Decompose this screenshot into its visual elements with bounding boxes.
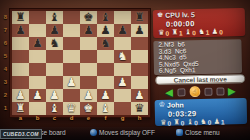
moves-display-button[interactable]: Moves display OFF <box>90 129 155 136</box>
square-f4[interactable] <box>97 63 114 76</box>
square-g1[interactable] <box>114 102 131 115</box>
black-king: ♚ <box>80 10 97 24</box>
rank-label-7: 7 <box>2 24 9 37</box>
square-a1[interactable]: ♜ <box>12 102 29 115</box>
white-pawn: ♟ <box>46 88 63 102</box>
captured-queen-icon: ♛ <box>158 29 164 38</box>
white-pawn: ♟ <box>114 75 131 89</box>
file-label-c: c <box>46 115 63 121</box>
black-pawn: ♟ <box>80 23 97 37</box>
white-pawn: ♟ <box>12 88 29 102</box>
right-column: ♚ CPU lv. 5 0:00:00 ♛0♜1♝0♞1♟0 2.Nf3 b63… <box>149 0 250 140</box>
captured-knight-count: 0 <box>208 118 212 127</box>
close-menu-label: Close menu <box>185 129 220 136</box>
square-g2[interactable] <box>114 89 131 102</box>
black-rook: ♜ <box>131 10 148 24</box>
prev-move-button[interactable]: ◀ <box>165 86 173 98</box>
black-pawn: ♟ <box>114 23 131 37</box>
square-e4[interactable] <box>80 63 97 76</box>
square-h4[interactable] <box>131 63 148 76</box>
square-d7[interactable] <box>63 24 80 37</box>
square-e6[interactable] <box>80 37 97 50</box>
square-g3[interactable]: ♟ <box>114 76 131 89</box>
square-b1[interactable] <box>29 102 46 115</box>
black-rook: ♜ <box>12 10 29 24</box>
moves-display-icon <box>90 129 97 136</box>
square-f1[interactable]: ♝ <box>97 102 114 115</box>
file-label-e: e <box>80 115 97 121</box>
black-crown-icon: ♚ <box>157 11 163 20</box>
cancel-last-move-button[interactable]: Cancel last move <box>155 74 245 85</box>
hand-tool-button[interactable]: ☝ <box>189 86 200 97</box>
white-rook: ♜ <box>12 101 29 115</box>
square-d6[interactable] <box>63 37 80 50</box>
white-queen: ♛ <box>63 101 80 115</box>
cpu-player-panel: ♚ CPU lv. 5 0:00:00 ♛0♜1♝0♞1♟0 <box>153 8 246 38</box>
rank-label-1: 1 <box>2 102 9 115</box>
captured-rook-icon: ♜ <box>172 28 178 37</box>
rank-label-6: 6 <box>2 37 9 50</box>
black-knight: ♞ <box>97 36 114 50</box>
rank-label-4: 4 <box>2 63 9 76</box>
chess-game-screen: 87654321 ♜♝♚♝♜♟♟♟♟♟♟♟♞♞♞♟♟♟♟♟♟♟♟♜♝♛♚♝♛ a… <box>0 0 250 140</box>
black-knight: ♞ <box>46 36 63 50</box>
file-label-b: b <box>29 115 46 121</box>
square-d5[interactable] <box>63 50 80 63</box>
moves-display-label: Moves display OFF <box>99 129 155 136</box>
square-b6[interactable]: ♟ <box>29 37 46 50</box>
white-pawn: ♟ <box>29 88 46 102</box>
white-knight: ♞ <box>114 49 131 63</box>
rank-label-8: 8 <box>2 11 9 24</box>
captured-bishop-count: 0 <box>192 28 196 37</box>
square-e1[interactable]: ♚ <box>80 102 97 115</box>
black-pawn: ♟ <box>12 23 29 37</box>
square-b8[interactable] <box>29 11 46 24</box>
captured-pawn-icon: ♟ <box>212 28 218 37</box>
tool-icon-3[interactable] <box>216 87 224 95</box>
square-h7[interactable]: ♟ <box>131 24 148 37</box>
black-pawn: ♟ <box>29 36 46 50</box>
square-e7[interactable]: ♟ <box>80 24 97 37</box>
cpu-captured-pieces: ♛0♜1♝0♞1♟0 <box>157 27 241 38</box>
square-h6[interactable] <box>131 37 148 50</box>
black-pawn: ♟ <box>97 23 114 37</box>
captured-rook-count: 1 <box>179 28 183 37</box>
captured-queen-count: 0 <box>165 29 169 38</box>
file-label-f: f <box>97 115 114 121</box>
rank-label-2: 2 <box>2 89 9 102</box>
square-a4[interactable] <box>12 63 29 76</box>
file-label-g: g <box>114 115 131 121</box>
file-label-h: h <box>131 115 148 121</box>
white-bishop: ♝ <box>97 101 114 115</box>
cpu-player-name: CPU lv. 5 <box>165 11 195 19</box>
white-pawn: ♟ <box>97 88 114 102</box>
square-g5[interactable]: ♞ <box>114 50 131 63</box>
square-c4[interactable] <box>46 63 63 76</box>
square-a7[interactable]: ♟ <box>12 24 29 37</box>
square-f5[interactable] <box>97 50 114 63</box>
white-crown-icon: ♔ <box>159 101 165 110</box>
captured-knight-count: 1 <box>206 28 210 37</box>
square-d8[interactable] <box>63 11 80 24</box>
toolbar: ◀ ☝ ▶ <box>150 84 250 99</box>
captured-pawn-count: 0 <box>219 28 223 37</box>
black-pawn: ♟ <box>46 23 63 37</box>
square-h5[interactable] <box>131 50 148 63</box>
square-b2[interactable]: ♟ <box>29 89 46 102</box>
black-bishop: ♝ <box>46 10 63 24</box>
rank-labels: 87654321 <box>2 11 9 115</box>
file-label-a: a <box>12 115 29 121</box>
john-player-name: John <box>167 101 184 108</box>
rank-label-5: 5 <box>2 50 9 63</box>
white-pawn: ♟ <box>80 88 97 102</box>
captured-knight-icon: ♞ <box>200 118 206 127</box>
square-b5[interactable] <box>29 50 46 63</box>
square-c1[interactable]: ♝ <box>46 102 63 115</box>
board: ♜♝♚♝♜♟♟♟♟♟♟♟♞♞♞♟♟♟♟♟♟♟♟♜♝♛♚♝♛ <box>10 9 150 117</box>
watermark: CUBED3.COM <box>0 129 42 139</box>
white-king: ♚ <box>80 101 97 115</box>
white-bishop: ♝ <box>46 101 63 115</box>
square-g7[interactable]: ♟ <box>114 24 131 37</box>
square-b4[interactable] <box>29 63 46 76</box>
square-h1[interactable]: ♛ <box>131 102 148 115</box>
close-menu-icon <box>176 129 183 136</box>
file-labels: abcdefgh <box>12 115 148 121</box>
captured-bishop-icon: ♝ <box>187 118 193 127</box>
square-f6[interactable]: ♞ <box>97 37 114 50</box>
captured-pawn-count: 1 <box>221 117 225 126</box>
tool-icon-1[interactable] <box>177 88 185 96</box>
close-menu-button[interactable]: Close menu <box>176 129 220 136</box>
file-label-d: d <box>63 115 80 121</box>
square-d3[interactable]: ♟ <box>63 76 80 89</box>
black-bishop: ♝ <box>97 10 114 24</box>
tool-icon-2[interactable] <box>204 87 212 95</box>
john-player-panel: ♔ John 0:03:29 ♛0♜0♝0♞0♟1 <box>155 98 248 126</box>
move-list[interactable]: 2.Nf3 b63.d3 Nc64.Nc3 d55.Nxd5 Qxd56.Ng5… <box>153 39 242 75</box>
black-pawn: ♟ <box>131 23 148 37</box>
black-queen: ♛ <box>131 101 148 115</box>
square-e5[interactable] <box>80 50 97 63</box>
next-move-button[interactable]: ▶ <box>228 85 236 97</box>
captured-pawn-icon: ♟ <box>214 118 220 127</box>
square-c5[interactable] <box>46 50 63 63</box>
captured-bishop-count: 0 <box>194 118 198 127</box>
square-a6[interactable] <box>12 37 29 50</box>
square-d1[interactable]: ♛ <box>63 102 80 115</box>
captured-knight-icon: ♞ <box>198 28 204 37</box>
move-list-row: 6.Ng5 Qxh1 <box>159 66 237 74</box>
white-pawn: ♟ <box>63 75 80 89</box>
captured-bishop-icon: ♝ <box>185 28 191 37</box>
square-a5[interactable] <box>12 50 29 63</box>
square-c6[interactable]: ♞ <box>46 37 63 50</box>
white-pawn: ♟ <box>131 88 148 102</box>
rank-label-3: 3 <box>2 76 9 89</box>
